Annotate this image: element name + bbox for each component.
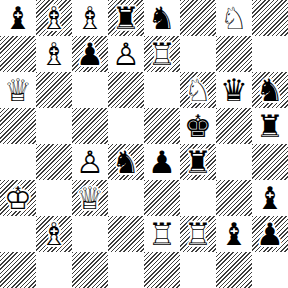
square-a8[interactable]: ♝♝ xyxy=(0,0,36,36)
square-e6[interactable] xyxy=(144,72,180,108)
white-king: ♔ xyxy=(0,180,36,216)
square-f3[interactable] xyxy=(180,180,216,216)
square-g7[interactable] xyxy=(216,36,252,72)
white-queen: ♕ xyxy=(0,72,36,108)
square-d7[interactable]: ♟♙ xyxy=(108,36,144,72)
white-rook-halo: ♜ xyxy=(180,216,216,252)
square-g6[interactable]: ♛♛ xyxy=(216,72,252,108)
white-queen: ♕ xyxy=(72,180,108,216)
black-rook: ♜ xyxy=(252,108,288,144)
black-bishop: ♝ xyxy=(0,0,36,36)
white-pawn: ♙ xyxy=(72,144,108,180)
white-knight-halo: ♞ xyxy=(180,72,216,108)
square-d5[interactable] xyxy=(108,108,144,144)
square-c6[interactable] xyxy=(72,72,108,108)
black-knight-halo: ♞ xyxy=(252,72,288,108)
square-h4[interactable] xyxy=(252,144,288,180)
square-d3[interactable] xyxy=(108,180,144,216)
square-b7[interactable]: ♝♗ xyxy=(36,36,72,72)
black-pawn-halo: ♟ xyxy=(72,36,108,72)
square-b2[interactable]: ♝♗ xyxy=(36,216,72,252)
square-e8[interactable]: ♞♞ xyxy=(144,0,180,36)
black-rook: ♜ xyxy=(180,144,216,180)
square-d8[interactable]: ♜♜ xyxy=(108,0,144,36)
square-f5[interactable]: ♚♚ xyxy=(180,108,216,144)
white-knight: ♘ xyxy=(216,0,252,36)
square-f4[interactable]: ♜♜ xyxy=(180,144,216,180)
square-c4[interactable]: ♟♙ xyxy=(72,144,108,180)
square-c1[interactable] xyxy=(72,252,108,288)
square-h8[interactable] xyxy=(252,0,288,36)
black-rook-halo: ♜ xyxy=(108,0,144,36)
black-rook-halo: ♜ xyxy=(180,144,216,180)
chess-board: ♝♝♝♗♝♗♜♜♞♞♞♘♝♗♟♟♟♙♜♖♛♕♞♘♛♛♞♞♚♚♜♜♟♙♞♞♟♟♜♜… xyxy=(0,0,288,288)
white-rook-halo: ♜ xyxy=(144,36,180,72)
black-rook-halo: ♜ xyxy=(252,108,288,144)
white-pawn-halo: ♟ xyxy=(108,36,144,72)
white-bishop: ♗ xyxy=(36,216,72,252)
black-pawn: ♟ xyxy=(144,144,180,180)
black-pawn-halo: ♟ xyxy=(144,144,180,180)
square-b3[interactable] xyxy=(36,180,72,216)
white-bishop: ♗ xyxy=(36,0,72,36)
white-bishop-halo: ♝ xyxy=(36,216,72,252)
square-a4[interactable] xyxy=(0,144,36,180)
square-d6[interactable] xyxy=(108,72,144,108)
square-b5[interactable] xyxy=(36,108,72,144)
square-g2[interactable]: ♝♝ xyxy=(216,216,252,252)
white-rook-halo: ♜ xyxy=(144,216,180,252)
white-queen-halo: ♛ xyxy=(0,72,36,108)
square-e5[interactable] xyxy=(144,108,180,144)
square-b6[interactable] xyxy=(36,72,72,108)
square-g5[interactable] xyxy=(216,108,252,144)
black-knight: ♞ xyxy=(108,144,144,180)
white-bishop-halo: ♝ xyxy=(36,0,72,36)
square-f6[interactable]: ♞♘ xyxy=(180,72,216,108)
white-pawn: ♙ xyxy=(108,36,144,72)
square-h6[interactable]: ♞♞ xyxy=(252,72,288,108)
square-e2[interactable]: ♜♖ xyxy=(144,216,180,252)
square-c5[interactable] xyxy=(72,108,108,144)
square-f1[interactable] xyxy=(180,252,216,288)
white-knight: ♘ xyxy=(180,72,216,108)
square-b4[interactable] xyxy=(36,144,72,180)
square-g3[interactable] xyxy=(216,180,252,216)
square-e7[interactable]: ♜♖ xyxy=(144,36,180,72)
square-e4[interactable]: ♟♟ xyxy=(144,144,180,180)
square-h3[interactable]: ♝♝ xyxy=(252,180,288,216)
square-c7[interactable]: ♟♟ xyxy=(72,36,108,72)
square-h1[interactable] xyxy=(252,252,288,288)
black-king-halo: ♚ xyxy=(180,108,216,144)
black-knight: ♞ xyxy=(252,72,288,108)
black-knight-halo: ♞ xyxy=(108,144,144,180)
black-queen: ♛ xyxy=(216,72,252,108)
black-bishop-halo: ♝ xyxy=(252,180,288,216)
square-g8[interactable]: ♞♘ xyxy=(216,0,252,36)
black-bishop: ♝ xyxy=(252,180,288,216)
square-a3[interactable]: ♚♔ xyxy=(0,180,36,216)
square-h5[interactable]: ♜♜ xyxy=(252,108,288,144)
square-g4[interactable] xyxy=(216,144,252,180)
black-pawn-halo: ♟ xyxy=(252,216,288,252)
white-rook: ♖ xyxy=(144,36,180,72)
white-king-halo: ♚ xyxy=(0,180,36,216)
white-bishop-halo: ♝ xyxy=(36,36,72,72)
square-b1[interactable] xyxy=(36,252,72,288)
square-a7[interactable] xyxy=(0,36,36,72)
black-pawn: ♟ xyxy=(252,216,288,252)
white-knight-halo: ♞ xyxy=(216,0,252,36)
black-rook: ♜ xyxy=(108,0,144,36)
square-f2[interactable]: ♜♖ xyxy=(180,216,216,252)
black-knight: ♞ xyxy=(144,0,180,36)
square-a5[interactable] xyxy=(0,108,36,144)
black-bishop-halo: ♝ xyxy=(216,216,252,252)
square-d1[interactable] xyxy=(108,252,144,288)
black-bishop: ♝ xyxy=(216,216,252,252)
square-f7[interactable] xyxy=(180,36,216,72)
white-queen-halo: ♛ xyxy=(72,180,108,216)
square-a6[interactable]: ♛♕ xyxy=(0,72,36,108)
square-h7[interactable] xyxy=(252,36,288,72)
square-c3[interactable]: ♛♕ xyxy=(72,180,108,216)
square-c2[interactable] xyxy=(72,216,108,252)
square-a2[interactable] xyxy=(0,216,36,252)
white-rook: ♖ xyxy=(180,216,216,252)
square-c8[interactable]: ♝♗ xyxy=(72,0,108,36)
black-queen-halo: ♛ xyxy=(216,72,252,108)
black-bishop-halo: ♝ xyxy=(0,0,36,36)
square-g1[interactable] xyxy=(216,252,252,288)
white-bishop-halo: ♝ xyxy=(72,0,108,36)
black-pawn: ♟ xyxy=(72,36,108,72)
white-pawn-halo: ♟ xyxy=(72,144,108,180)
square-d2[interactable] xyxy=(108,216,144,252)
square-e1[interactable] xyxy=(144,252,180,288)
square-h2[interactable]: ♟♟ xyxy=(252,216,288,252)
black-knight-halo: ♞ xyxy=(144,0,180,36)
white-rook: ♖ xyxy=(144,216,180,252)
black-king: ♚ xyxy=(180,108,216,144)
square-b8[interactable]: ♝♗ xyxy=(36,0,72,36)
square-d4[interactable]: ♞♞ xyxy=(108,144,144,180)
square-a1[interactable] xyxy=(0,252,36,288)
white-bishop: ♗ xyxy=(36,36,72,72)
square-e3[interactable] xyxy=(144,180,180,216)
square-f8[interactable] xyxy=(180,0,216,36)
white-bishop: ♗ xyxy=(72,0,108,36)
